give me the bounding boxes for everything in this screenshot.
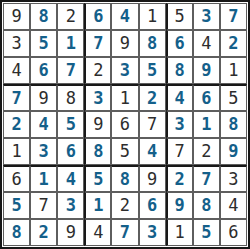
cell-r1c9[interactable]: 7 — [220, 3, 247, 30]
cell-r8c6[interactable]: 6 — [139, 192, 166, 219]
cell-r1c5[interactable]: 4 — [111, 3, 138, 30]
cell-r8c8[interactable]: 8 — [193, 192, 220, 219]
cell-r8c1[interactable]: 5 — [3, 192, 30, 219]
cell-r5c3[interactable]: 5 — [57, 111, 84, 138]
cell-r4c3[interactable]: 8 — [57, 84, 84, 111]
cell-r2c9[interactable]: 2 — [220, 30, 247, 57]
cell-r9c9[interactable]: 6 — [220, 219, 247, 246]
cell-r9c3[interactable]: 9 — [57, 219, 84, 246]
cell-r4c8[interactable]: 6 — [193, 84, 220, 111]
cell-r1c6[interactable]: 1 — [139, 3, 166, 30]
cell-r4c5[interactable]: 1 — [111, 84, 138, 111]
cell-r7c2[interactable]: 1 — [30, 165, 57, 192]
cell-r2c1[interactable]: 3 — [3, 30, 30, 57]
cell-r7c4[interactable]: 5 — [84, 165, 111, 192]
cell-r2c6[interactable]: 8 — [139, 30, 166, 57]
cell-r1c8[interactable]: 3 — [193, 3, 220, 30]
cell-r3c7[interactable]: 8 — [166, 57, 193, 84]
cell-r3c9[interactable]: 1 — [220, 57, 247, 84]
cell-r3c3[interactable]: 7 — [57, 57, 84, 84]
cell-r9c1[interactable]: 8 — [3, 219, 30, 246]
cell-r4c6[interactable]: 2 — [139, 84, 166, 111]
cell-r7c1[interactable]: 6 — [3, 165, 30, 192]
cell-r6c3[interactable]: 6 — [57, 138, 84, 165]
cell-r8c2[interactable]: 7 — [30, 192, 57, 219]
cell-r2c2[interactable]: 5 — [30, 30, 57, 57]
cell-r9c7[interactable]: 1 — [166, 219, 193, 246]
cell-r2c3[interactable]: 1 — [57, 30, 84, 57]
cell-r4c2[interactable]: 9 — [30, 84, 57, 111]
cell-r4c7[interactable]: 4 — [166, 84, 193, 111]
cell-r8c5[interactable]: 2 — [111, 192, 138, 219]
cell-r9c2[interactable]: 2 — [30, 219, 57, 246]
cell-r1c3[interactable]: 2 — [57, 3, 84, 30]
cell-r2c7[interactable]: 6 — [166, 30, 193, 57]
cell-r8c9[interactable]: 4 — [220, 192, 247, 219]
cell-r6c2[interactable]: 3 — [30, 138, 57, 165]
cell-r4c1[interactable]: 7 — [3, 84, 30, 111]
cell-r8c4[interactable]: 1 — [84, 192, 111, 219]
cell-r5c6[interactable]: 7 — [139, 111, 166, 138]
cell-r9c6[interactable]: 3 — [139, 219, 166, 246]
cell-r5c2[interactable]: 4 — [30, 111, 57, 138]
cell-r4c9[interactable]: 5 — [220, 84, 247, 111]
cell-r5c8[interactable]: 1 — [193, 111, 220, 138]
cell-r6c7[interactable]: 7 — [166, 138, 193, 165]
cell-r8c7[interactable]: 9 — [166, 192, 193, 219]
cell-r5c9[interactable]: 8 — [220, 111, 247, 138]
sudoku-board: 9826415373517986424672358917983124652459… — [0, 0, 250, 249]
cell-r3c4[interactable]: 2 — [84, 57, 111, 84]
cell-r7c9[interactable]: 3 — [220, 165, 247, 192]
cell-r4c4[interactable]: 3 — [84, 84, 111, 111]
cell-r5c5[interactable]: 6 — [111, 111, 138, 138]
cell-r3c8[interactable]: 9 — [193, 57, 220, 84]
cell-r9c4[interactable]: 4 — [84, 219, 111, 246]
cell-r3c1[interactable]: 4 — [3, 57, 30, 84]
cell-r8c3[interactable]: 3 — [57, 192, 84, 219]
cell-r9c5[interactable]: 7 — [111, 219, 138, 246]
cell-r2c8[interactable]: 4 — [193, 30, 220, 57]
cell-r6c6[interactable]: 4 — [139, 138, 166, 165]
cell-r7c7[interactable]: 2 — [166, 165, 193, 192]
cell-r7c6[interactable]: 9 — [139, 165, 166, 192]
cell-r6c8[interactable]: 2 — [193, 138, 220, 165]
cell-r9c8[interactable]: 5 — [193, 219, 220, 246]
cell-r5c7[interactable]: 3 — [166, 111, 193, 138]
cell-r7c5[interactable]: 8 — [111, 165, 138, 192]
cell-r7c3[interactable]: 4 — [57, 165, 84, 192]
cell-r6c1[interactable]: 1 — [3, 138, 30, 165]
cell-r2c5[interactable]: 9 — [111, 30, 138, 57]
cell-r3c2[interactable]: 6 — [30, 57, 57, 84]
cell-r3c5[interactable]: 3 — [111, 57, 138, 84]
cell-r1c1[interactable]: 9 — [3, 3, 30, 30]
cell-r3c6[interactable]: 5 — [139, 57, 166, 84]
cell-r7c8[interactable]: 7 — [193, 165, 220, 192]
cell-r6c4[interactable]: 8 — [84, 138, 111, 165]
cell-r6c5[interactable]: 5 — [111, 138, 138, 165]
cell-r1c7[interactable]: 5 — [166, 3, 193, 30]
cell-r2c4[interactable]: 7 — [84, 30, 111, 57]
cell-r1c2[interactable]: 8 — [30, 3, 57, 30]
cell-r1c4[interactable]: 6 — [84, 3, 111, 30]
cell-r5c1[interactable]: 2 — [3, 111, 30, 138]
cell-r6c9[interactable]: 9 — [220, 138, 247, 165]
cell-r5c4[interactable]: 9 — [84, 111, 111, 138]
